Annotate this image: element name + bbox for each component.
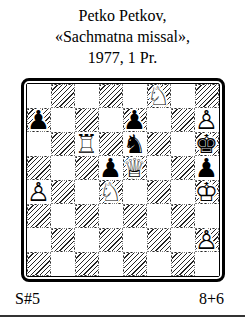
square-g5 [171, 156, 195, 180]
source-line: «Sachmatna missal», [0, 26, 245, 47]
square-d2 [99, 228, 123, 252]
white-queen: ♛♕ [124, 157, 146, 179]
square-c8 [75, 84, 99, 108]
square-b2 [51, 228, 75, 252]
square-d7 [99, 108, 123, 132]
square-g7 [171, 108, 195, 132]
white-knight: ♞♘ [148, 85, 170, 107]
square-f1 [147, 252, 171, 276]
square-b1 [51, 252, 75, 276]
square-d5: ♟♟ [99, 156, 123, 180]
author-line: Petko Petkov, [0, 5, 245, 26]
caption-row: S#5 8+6 [0, 290, 245, 308]
square-b3 [51, 204, 75, 228]
square-h7: ♟♙ [195, 108, 219, 132]
white-pawn: ♟♙ [27, 180, 51, 204]
square-c3 [75, 204, 99, 228]
year-award-line: 1977, 1 Pr. [0, 47, 245, 68]
square-d3 [99, 204, 123, 228]
black-pawn: ♟♟ [99, 156, 123, 180]
square-h5: ♟♟ [195, 156, 219, 180]
square-a1 [27, 252, 51, 276]
square-f2 [147, 228, 171, 252]
square-f8: ♞♘ [147, 84, 171, 108]
square-a2 [27, 228, 51, 252]
square-b5 [51, 156, 75, 180]
square-f7 [147, 108, 171, 132]
square-g3 [171, 204, 195, 228]
white-knight: ♞♘ [100, 181, 122, 203]
square-a8 [27, 84, 51, 108]
square-e3 [123, 204, 147, 228]
square-a6 [27, 132, 51, 156]
square-c7 [75, 108, 99, 132]
material-count-label: 8+6 [199, 290, 224, 308]
square-c1 [75, 252, 99, 276]
square-b8 [51, 84, 75, 108]
square-e6: ♞♞ [123, 132, 147, 156]
square-h6: ♚♚ [195, 132, 219, 156]
white-pawn: ♟♙ [195, 108, 219, 132]
square-d1 [99, 252, 123, 276]
square-c2 [75, 228, 99, 252]
problem-title: Petko Petkov, «Sachmatna missal», 1977, … [0, 5, 245, 68]
square-g6 [171, 132, 195, 156]
square-f3 [147, 204, 171, 228]
black-pawn: ♟♟ [195, 156, 219, 180]
square-e4 [123, 180, 147, 204]
square-h1 [195, 252, 219, 276]
square-h2: ♟♙ [195, 228, 219, 252]
black-pawn: ♟♟ [28, 109, 50, 131]
square-b7 [51, 108, 75, 132]
square-b4 [51, 180, 75, 204]
square-a4: ♟♙ [27, 180, 51, 204]
square-e1 [123, 252, 147, 276]
square-h3 [195, 204, 219, 228]
square-a5 [27, 156, 51, 180]
square-c5 [75, 156, 99, 180]
square-a3 [27, 204, 51, 228]
square-f6 [147, 132, 171, 156]
black-king: ♚♚ [196, 133, 218, 155]
square-e8 [123, 84, 147, 108]
black-pawn: ♟♟ [124, 109, 146, 131]
square-g1 [171, 252, 195, 276]
square-h8 [195, 84, 219, 108]
chessboard-frame: ♞♘♟♟♟♟♟♙♜♖♞♞♚♚♟♟♛♕♟♟♟♙♞♘♚♔♟♙ [26, 83, 220, 277]
chessboard: ♞♘♟♟♟♟♟♙♜♖♞♞♚♚♟♟♛♕♟♟♟♙♞♘♚♔♟♙ [21, 78, 225, 282]
square-e7: ♟♟ [123, 108, 147, 132]
square-d4: ♞♘ [99, 180, 123, 204]
white-rook: ♜♖ [75, 132, 99, 156]
square-d6 [99, 132, 123, 156]
square-c6: ♜♖ [75, 132, 99, 156]
square-g2 [171, 228, 195, 252]
black-knight: ♞♞ [123, 132, 147, 156]
white-king: ♚♔ [196, 181, 218, 203]
square-b6 [51, 132, 75, 156]
square-g4 [171, 180, 195, 204]
separator-line [0, 315, 245, 317]
chessboard-grid: ♞♘♟♟♟♟♟♙♜♖♞♞♚♚♟♟♛♕♟♟♟♙♞♘♚♔♟♙ [27, 84, 219, 276]
square-e2 [123, 228, 147, 252]
square-f4 [147, 180, 171, 204]
stipulation-label: S#5 [15, 290, 40, 308]
square-g8 [171, 84, 195, 108]
square-c4 [75, 180, 99, 204]
square-a7: ♟♟ [27, 108, 51, 132]
square-f5 [147, 156, 171, 180]
square-e5: ♛♕ [123, 156, 147, 180]
square-h4: ♚♔ [195, 180, 219, 204]
square-d8 [99, 84, 123, 108]
white-pawn: ♟♙ [196, 229, 218, 251]
